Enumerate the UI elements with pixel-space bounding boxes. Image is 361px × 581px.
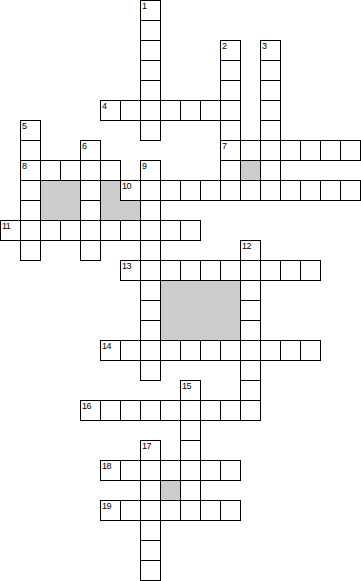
clue-number: 5 — [22, 121, 27, 131]
grid-cell[interactable] — [60, 220, 81, 241]
grid-cell[interactable] — [40, 220, 61, 241]
clue-number: 9 — [142, 161, 147, 171]
grid-cell[interactable] — [120, 340, 141, 361]
clue-number: 10 — [122, 181, 131, 191]
grid-cell[interactable] — [240, 400, 261, 421]
grid-cell[interactable] — [240, 140, 261, 161]
grid-cell[interactable] — [20, 240, 41, 261]
grid-cell[interactable] — [160, 260, 181, 281]
grid-cell[interactable] — [180, 400, 201, 421]
shaded-block — [40, 200, 61, 221]
shaded-block — [60, 180, 81, 201]
shaded-block — [200, 320, 221, 341]
grid-cell[interactable]: 9 — [140, 160, 161, 181]
grid-cell[interactable] — [60, 160, 81, 181]
grid-cell[interactable] — [140, 260, 161, 281]
grid-cell[interactable] — [140, 120, 161, 141]
grid-cell[interactable] — [140, 80, 161, 101]
grid-cell[interactable] — [180, 220, 201, 241]
grid-cell[interactable] — [140, 240, 161, 261]
grid-cell[interactable]: 4 — [100, 100, 121, 121]
shaded-block — [200, 300, 221, 321]
grid-cell[interactable] — [140, 180, 161, 201]
grid-cell[interactable] — [140, 480, 161, 501]
grid-cell[interactable] — [240, 260, 261, 281]
clue-number: 14 — [102, 341, 111, 351]
shaded-block — [180, 320, 201, 341]
shaded-block — [220, 300, 241, 321]
grid-cell[interactable] — [100, 400, 121, 421]
grid-cell[interactable] — [80, 220, 101, 241]
shaded-block — [100, 180, 121, 201]
grid-cell[interactable] — [120, 460, 141, 481]
grid-cell[interactable] — [140, 400, 161, 421]
grid-cell[interactable] — [140, 20, 161, 41]
grid-cell[interactable] — [180, 420, 201, 441]
grid-cell[interactable] — [260, 80, 281, 101]
clue-number: 19 — [102, 501, 111, 511]
grid-cell[interactable] — [120, 400, 141, 421]
clue-number: 11 — [2, 221, 10, 231]
grid-cell[interactable] — [100, 160, 121, 181]
grid-cell[interactable]: 11 — [0, 220, 21, 241]
grid-cell[interactable] — [160, 340, 181, 361]
shaded-block — [180, 300, 201, 321]
grid-cell[interactable] — [180, 100, 201, 121]
grid-cell[interactable] — [180, 340, 201, 361]
grid-cell[interactable]: 7 — [220, 140, 241, 161]
grid-cell[interactable] — [260, 120, 281, 141]
clue-number: 18 — [102, 461, 111, 471]
grid-cell[interactable] — [260, 140, 281, 161]
grid-cell[interactable] — [40, 160, 61, 181]
grid-cell[interactable] — [300, 140, 321, 161]
grid-cell[interactable] — [220, 60, 241, 81]
clue-number: 1 — [142, 1, 147, 11]
grid-cell[interactable] — [220, 100, 241, 121]
grid-cell[interactable] — [160, 500, 181, 521]
grid-cell[interactable] — [160, 100, 181, 121]
shaded-block — [160, 280, 181, 301]
grid-cell[interactable] — [280, 340, 301, 361]
shaded-block — [100, 200, 121, 221]
grid-cell[interactable] — [120, 500, 141, 521]
grid-cell[interactable] — [80, 240, 101, 261]
grid-cell[interactable] — [220, 160, 241, 181]
grid-cell[interactable] — [220, 260, 241, 281]
grid-cell[interactable] — [180, 440, 201, 461]
grid-cell[interactable] — [180, 260, 201, 281]
grid-cell[interactable] — [220, 80, 241, 101]
grid-cell[interactable] — [140, 200, 161, 221]
grid-cell[interactable] — [200, 500, 221, 521]
grid-cell[interactable] — [100, 220, 121, 241]
grid-cell[interactable] — [220, 460, 241, 481]
grid-cell[interactable] — [80, 200, 101, 221]
grid-cell[interactable] — [200, 180, 221, 201]
grid-cell[interactable]: 8 — [20, 160, 41, 181]
grid-cell[interactable] — [320, 140, 341, 161]
grid-cell[interactable]: 17 — [140, 440, 161, 461]
grid-cell[interactable] — [20, 140, 41, 161]
grid-cell[interactable] — [140, 360, 161, 381]
grid-cell[interactable] — [200, 260, 221, 281]
grid-cell[interactable] — [260, 60, 281, 81]
grid-cell[interactable] — [180, 500, 201, 521]
grid-cell[interactable]: 1 — [140, 0, 161, 21]
grid-cell[interactable] — [20, 200, 41, 221]
grid-cell[interactable] — [320, 180, 341, 201]
grid-cell[interactable] — [240, 300, 261, 321]
grid-cell[interactable] — [300, 180, 321, 201]
grid-cell[interactable] — [140, 560, 161, 581]
grid-cell[interactable] — [240, 280, 261, 301]
grid-cell[interactable] — [140, 60, 161, 81]
grid-cell[interactable] — [200, 340, 221, 361]
grid-cell[interactable] — [300, 260, 321, 281]
grid-cell[interactable] — [220, 180, 241, 201]
grid-cell[interactable] — [20, 180, 41, 201]
shaded-block — [180, 280, 201, 301]
crossword-grid: 12345678910111213141516171819 — [0, 0, 361, 581]
shaded-block — [220, 280, 241, 301]
grid-cell[interactable] — [160, 220, 181, 241]
grid-cell[interactable]: 12 — [240, 240, 261, 261]
grid-cell[interactable] — [260, 340, 281, 361]
grid-cell[interactable] — [140, 460, 161, 481]
clue-number: 6 — [82, 141, 87, 151]
grid-cell[interactable] — [260, 260, 281, 281]
shaded-block — [40, 180, 61, 201]
grid-cell[interactable]: 14 — [100, 340, 121, 361]
grid-cell[interactable] — [260, 160, 281, 181]
grid-cell[interactable] — [140, 540, 161, 561]
grid-cell[interactable] — [160, 460, 181, 481]
grid-cell[interactable]: 5 — [20, 120, 41, 141]
shaded-block — [160, 480, 181, 501]
grid-cell[interactable] — [200, 400, 221, 421]
grid-cell[interactable]: 3 — [260, 40, 281, 61]
clue-number: 12 — [242, 241, 251, 251]
shaded-block — [240, 160, 261, 181]
grid-cell[interactable] — [140, 500, 161, 521]
grid-cell[interactable] — [240, 340, 261, 361]
grid-cell[interactable] — [240, 180, 261, 201]
grid-cell[interactable] — [140, 100, 161, 121]
grid-cell[interactable] — [180, 460, 201, 481]
grid-cell[interactable] — [160, 400, 181, 421]
grid-cell[interactable] — [160, 180, 181, 201]
clue-number: 8 — [22, 161, 27, 171]
grid-cell[interactable] — [140, 220, 161, 241]
grid-cell[interactable] — [180, 480, 201, 501]
grid-cell[interactable]: 15 — [180, 380, 201, 401]
clue-number: 7 — [222, 141, 227, 151]
grid-cell[interactable] — [260, 180, 281, 201]
clue-number: 16 — [82, 401, 91, 411]
grid-cell[interactable]: 18 — [100, 460, 121, 481]
grid-cell[interactable]: 13 — [120, 260, 141, 281]
grid-cell[interactable] — [280, 180, 301, 201]
grid-cell[interactable] — [280, 140, 301, 161]
shaded-block — [200, 280, 221, 301]
shaded-block — [160, 300, 181, 321]
shaded-block — [160, 320, 181, 341]
grid-cell[interactable]: 16 — [80, 400, 101, 421]
grid-cell[interactable] — [20, 220, 41, 241]
grid-cell[interactable] — [220, 400, 241, 421]
grid-cell[interactable] — [140, 280, 161, 301]
grid-cell[interactable] — [140, 40, 161, 61]
grid-cell[interactable] — [140, 340, 161, 361]
grid-cell[interactable] — [200, 460, 221, 481]
grid-cell[interactable] — [300, 340, 321, 361]
grid-cell[interactable] — [180, 180, 201, 201]
grid-cell[interactable]: 6 — [80, 140, 101, 161]
grid-cell[interactable] — [140, 520, 161, 541]
grid-cell[interactable] — [240, 380, 261, 401]
grid-cell[interactable] — [140, 300, 161, 321]
shaded-block — [120, 200, 141, 221]
clue-number: 4 — [102, 101, 107, 111]
grid-cell[interactable]: 10 — [120, 180, 141, 201]
grid-cell[interactable] — [240, 360, 261, 381]
clue-number: 3 — [262, 41, 267, 51]
shaded-block — [220, 320, 241, 341]
grid-cell[interactable] — [220, 120, 241, 141]
grid-cell[interactable] — [120, 220, 141, 241]
grid-cell[interactable] — [240, 320, 261, 341]
grid-cell[interactable] — [340, 140, 361, 161]
grid-cell[interactable] — [120, 100, 141, 121]
grid-cell[interactable] — [80, 160, 101, 181]
clue-number: 15 — [182, 381, 191, 391]
grid-cell[interactable] — [140, 320, 161, 341]
grid-cell[interactable] — [80, 180, 101, 201]
grid-cell[interactable]: 2 — [220, 40, 241, 61]
clue-number: 2 — [222, 41, 227, 51]
grid-cell[interactable] — [340, 180, 361, 201]
grid-cell[interactable]: 19 — [100, 500, 121, 521]
grid-cell[interactable] — [220, 340, 241, 361]
shaded-block — [60, 200, 81, 221]
clue-number: 13 — [122, 261, 131, 271]
grid-cell[interactable] — [260, 100, 281, 121]
grid-cell[interactable] — [220, 500, 241, 521]
grid-cell[interactable] — [200, 100, 221, 121]
grid-cell[interactable] — [280, 260, 301, 281]
clue-number: 17 — [142, 441, 151, 451]
